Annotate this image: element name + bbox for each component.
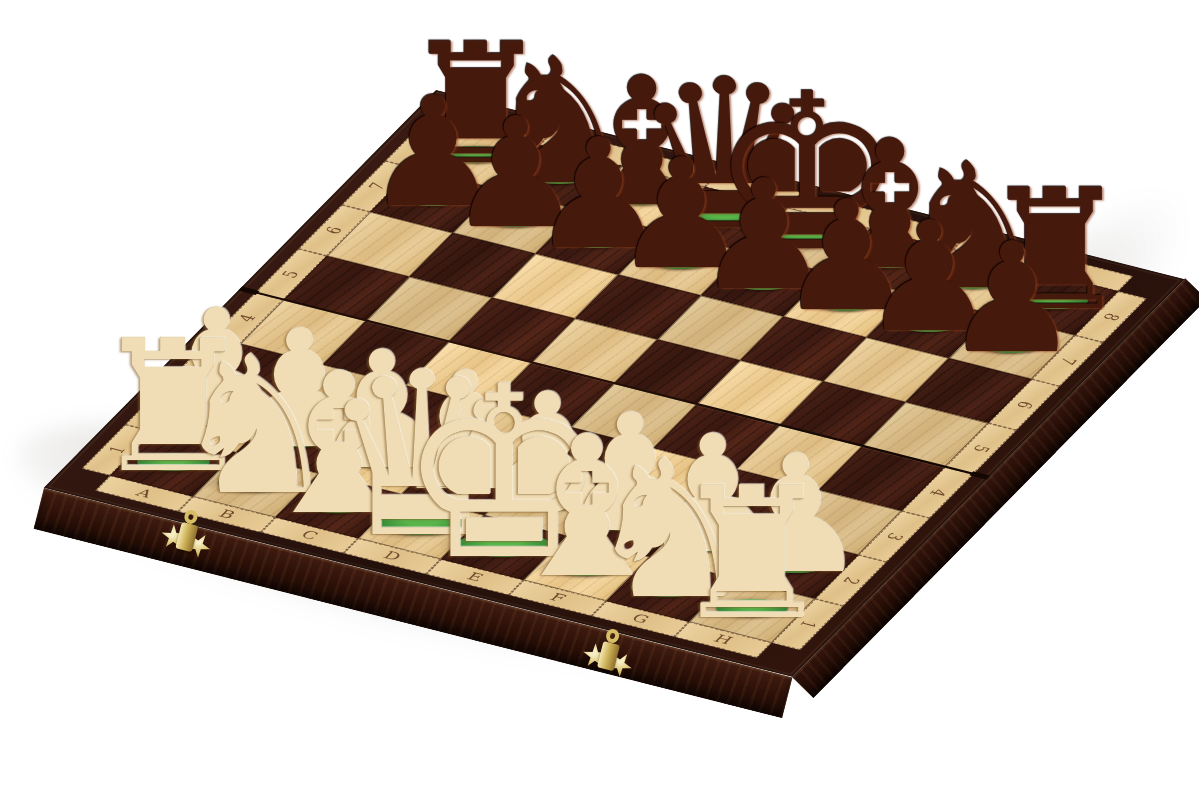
scene: ABCDEFGH 87654321 87654321 ♜♞♝♛♚♝♞♜♟♟♟♟♟… bbox=[0, 0, 1199, 799]
pieces-layer: ♜♞♝♛♚♝♞♜♟♟♟♟♟♟♟♟♟♟♟♟♟♟♟♟♜♞♝♛♚♝♞♜ bbox=[0, 0, 1199, 799]
black-pawn-glyph: ♟ bbox=[936, 223, 1088, 375]
white-rook-glyph: ♜ bbox=[661, 463, 843, 645]
